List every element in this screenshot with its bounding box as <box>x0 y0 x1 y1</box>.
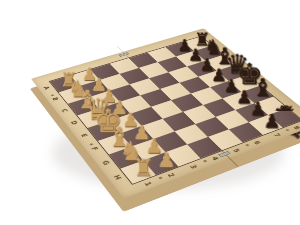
screw-icon <box>203 160 208 163</box>
screw-icon <box>285 129 289 132</box>
rank-label-8: 8 <box>290 124 300 132</box>
rank-label-7: 7 <box>270 131 283 139</box>
screw-icon <box>245 144 250 147</box>
file-label-d: D <box>68 119 80 127</box>
black-bishop-f8[interactable]: ♝ <box>251 75 273 100</box>
rank-label-2: 2 <box>164 171 178 180</box>
file-label-h: H <box>110 173 123 183</box>
chess-set-photo: ♜♟♟♜♞♟♟♞♝♟♟♝♛♟♟♛♚♟♟♚♝♟♟♝♞♟♟♞♜♟♟♜ ABCDEFG… <box>0 0 300 225</box>
black-rook-h8[interactable]: ♜ <box>280 120 300 143</box>
white-rook-h1[interactable]: ♜ <box>133 156 154 179</box>
black-pawn-h7[interactable]: ♟ <box>263 112 280 131</box>
rank-label-5: 5 <box>229 146 242 155</box>
file-label-a: A <box>41 84 52 91</box>
square-h7[interactable]: ♟ <box>249 115 283 135</box>
rank-label-1: 1 <box>141 179 155 189</box>
file-label-c: C <box>58 107 70 115</box>
file-label-f: F <box>88 145 101 154</box>
rank-label-6: 6 <box>250 139 263 147</box>
screw-icon <box>158 176 163 179</box>
file-label-b: B <box>49 95 60 102</box>
white-pawn-h2[interactable]: ♟ <box>157 150 175 170</box>
file-label-e: E <box>78 131 90 139</box>
file-label-g: G <box>99 158 112 167</box>
screw-icon <box>89 143 93 146</box>
rank-label-3: 3 <box>186 162 200 171</box>
